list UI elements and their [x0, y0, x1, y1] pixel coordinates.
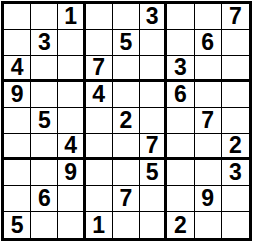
cell-r6c4[interactable] [86, 134, 113, 160]
cell-r5c2[interactable]: 5 [31, 108, 58, 134]
cell-r1c3[interactable]: 1 [58, 4, 85, 30]
cell-r6c3[interactable]: 4 [58, 134, 85, 160]
cell-r4c8[interactable] [195, 82, 222, 108]
cell-r7c4[interactable] [86, 160, 113, 186]
cell-r4c7[interactable]: 6 [167, 82, 194, 108]
cell-r3c7[interactable]: 3 [167, 56, 194, 82]
cell-r6c1[interactable] [4, 134, 31, 160]
cell-r2c5[interactable]: 5 [113, 30, 140, 56]
cell-r8c6[interactable] [140, 186, 167, 212]
cell-r9c4[interactable]: 1 [86, 212, 113, 238]
cell-r9c9[interactable] [222, 212, 249, 238]
cell-r6c9[interactable]: 2 [222, 134, 249, 160]
cell-r3c6[interactable] [140, 56, 167, 82]
cell-r1c6[interactable]: 3 [140, 4, 167, 30]
cell-r5c7[interactable] [167, 108, 194, 134]
cell-r7c5[interactable] [113, 160, 140, 186]
cell-r1c5[interactable] [113, 4, 140, 30]
cell-r5c9[interactable] [222, 108, 249, 134]
cell-r8c7[interactable] [167, 186, 194, 212]
cell-r7c6[interactable]: 5 [140, 160, 167, 186]
cell-r9c3[interactable] [58, 212, 85, 238]
cell-r1c4[interactable] [86, 4, 113, 30]
cell-r3c4[interactable]: 7 [86, 56, 113, 82]
cell-r9c2[interactable] [31, 212, 58, 238]
cell-r3c1[interactable]: 4 [4, 56, 31, 82]
cell-r8c2[interactable]: 6 [31, 186, 58, 212]
cell-r3c2[interactable] [31, 56, 58, 82]
cell-r4c5[interactable] [113, 82, 140, 108]
cell-r2c1[interactable] [4, 30, 31, 56]
cell-r6c6[interactable]: 7 [140, 134, 167, 160]
cell-r6c7[interactable] [167, 134, 194, 160]
cell-r7c3[interactable]: 9 [58, 160, 85, 186]
cell-r6c8[interactable] [195, 134, 222, 160]
cell-r4c6[interactable] [140, 82, 167, 108]
cell-r2c8[interactable]: 6 [195, 30, 222, 56]
cell-r4c1[interactable]: 9 [4, 82, 31, 108]
cell-r8c5[interactable]: 7 [113, 186, 140, 212]
cell-r5c8[interactable]: 7 [195, 108, 222, 134]
cell-r1c7[interactable] [167, 4, 194, 30]
cell-r5c5[interactable]: 2 [113, 108, 140, 134]
cell-r7c8[interactable] [195, 160, 222, 186]
cell-r2c9[interactable] [222, 30, 249, 56]
cell-r8c8[interactable]: 9 [195, 186, 222, 212]
cell-r8c1[interactable] [4, 186, 31, 212]
cell-r7c2[interactable] [31, 160, 58, 186]
sudoku-puzzle: 137356473946527472953679512 [0, 1, 255, 244]
cell-r3c5[interactable] [113, 56, 140, 82]
cell-r4c3[interactable] [58, 82, 85, 108]
cell-r6c5[interactable] [113, 134, 140, 160]
cell-r9c6[interactable] [140, 212, 167, 238]
cell-r4c2[interactable] [31, 82, 58, 108]
cell-r1c9[interactable]: 7 [222, 4, 249, 30]
cell-r9c1[interactable]: 5 [4, 212, 31, 238]
cell-r6c2[interactable] [31, 134, 58, 160]
cell-r5c3[interactable] [58, 108, 85, 134]
cell-r7c1[interactable] [4, 160, 31, 186]
cell-r5c4[interactable] [86, 108, 113, 134]
cell-r3c8[interactable] [195, 56, 222, 82]
cell-r2c3[interactable] [58, 30, 85, 56]
cell-r1c1[interactable] [4, 4, 31, 30]
cell-r3c3[interactable] [58, 56, 85, 82]
cell-r4c9[interactable] [222, 82, 249, 108]
cell-r7c9[interactable]: 3 [222, 160, 249, 186]
cell-r4c4[interactable]: 4 [86, 82, 113, 108]
cell-r7c7[interactable] [167, 160, 194, 186]
cell-r2c7[interactable] [167, 30, 194, 56]
cell-r3c9[interactable] [222, 56, 249, 82]
cell-r9c7[interactable]: 2 [167, 212, 194, 238]
cell-r9c8[interactable] [195, 212, 222, 238]
cell-r2c6[interactable] [140, 30, 167, 56]
cell-r2c2[interactable]: 3 [31, 30, 58, 56]
cell-r9c5[interactable] [113, 212, 140, 238]
sudoku-board: 137356473946527472953679512 [1, 1, 252, 241]
cell-r1c2[interactable] [31, 4, 58, 30]
cell-r1c8[interactable] [195, 4, 222, 30]
cell-r5c6[interactable] [140, 108, 167, 134]
cell-r2c4[interactable] [86, 30, 113, 56]
cell-r8c9[interactable] [222, 186, 249, 212]
cell-r8c3[interactable] [58, 186, 85, 212]
cell-r5c1[interactable] [4, 108, 31, 134]
cell-r8c4[interactable] [86, 186, 113, 212]
